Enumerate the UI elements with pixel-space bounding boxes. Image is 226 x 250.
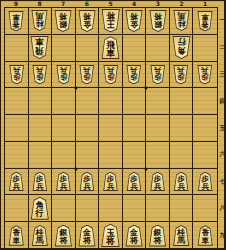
cell-5-6[interactable]	[99, 142, 123, 169]
piece-kanji: 歩兵	[201, 175, 209, 189]
piece-kanji: 金将	[83, 229, 91, 244]
cell-9-9[interactable]: 香車	[5, 222, 29, 249]
cell-3-4[interactable]	[146, 88, 170, 115]
cell-1-4[interactable]	[193, 88, 217, 115]
piece-gote-bishop[interactable]: 角行	[172, 36, 191, 59]
piece-gote-knight[interactable]: 桂馬	[31, 10, 48, 31]
cell-9-5[interactable]	[5, 115, 29, 142]
cell-8-5[interactable]	[29, 115, 53, 142]
cell-9-2[interactable]	[5, 35, 29, 62]
cell-4-6[interactable]	[123, 142, 147, 169]
piece-gote-pawn[interactable]: 歩兵	[9, 65, 25, 85]
cell-5-2[interactable]: 飛車	[99, 35, 123, 62]
piece-sente-pawn[interactable]: 歩兵	[126, 172, 142, 192]
piece-kanji: 金将	[130, 12, 138, 27]
piece-kanji: 歩兵	[201, 66, 209, 80]
piece-sente-pawn[interactable]: 歩兵	[173, 172, 189, 192]
cell-6-6[interactable]	[76, 142, 100, 169]
piece-kanji: 歩兵	[36, 175, 44, 189]
piece-kanji: 香車	[13, 13, 21, 27]
cell-7-7[interactable]: 歩兵	[52, 169, 76, 196]
rank-label-7: 七	[219, 168, 226, 195]
piece-gote-pawn[interactable]: 歩兵	[173, 65, 189, 85]
piece-kanji: 角行	[36, 201, 45, 217]
cell-2-4[interactable]	[170, 88, 194, 115]
piece-sente-lance[interactable]: 香車	[197, 225, 213, 246]
cell-1-7[interactable]: 歩兵	[193, 169, 217, 196]
piece-kanji: 香車	[201, 13, 209, 27]
piece-sente-king[interactable]: 玉将	[101, 224, 121, 248]
cell-1-3[interactable]: 歩兵	[193, 62, 217, 89]
cell-9-7[interactable]: 歩兵	[5, 169, 29, 196]
piece-gote-silver[interactable]: 銀将	[54, 10, 72, 32]
piece-sente-pawn[interactable]: 歩兵	[103, 172, 119, 192]
piece-kanji: 銀将	[154, 229, 162, 244]
cell-3-3[interactable]: 歩兵	[146, 62, 170, 89]
cell-3-2[interactable]	[146, 35, 170, 62]
cell-3-1[interactable]: 銀将	[146, 8, 170, 35]
cell-4-7[interactable]: 歩兵	[123, 169, 147, 196]
cell-2-7[interactable]: 歩兵	[170, 169, 194, 196]
piece-sente-gold[interactable]: 金将	[78, 225, 96, 247]
cell-6-7[interactable]: 歩兵	[76, 169, 100, 196]
piece-sente-pawn[interactable]: 歩兵	[197, 172, 213, 192]
cell-4-5[interactable]	[123, 115, 147, 142]
cell-1-5[interactable]	[193, 115, 217, 142]
cell-7-5[interactable]	[52, 115, 76, 142]
piece-gote-pawn[interactable]: 歩兵	[56, 65, 72, 85]
piece-gote-gold[interactable]: 金将	[125, 10, 143, 32]
piece-kanji: 歩兵	[13, 175, 21, 189]
piece-sente-gold[interactable]: 金将	[125, 225, 143, 247]
cell-3-5[interactable]	[146, 115, 170, 142]
cell-2-8[interactable]	[170, 195, 194, 222]
piece-sente-pawn[interactable]: 歩兵	[56, 172, 72, 192]
cell-6-4[interactable]	[76, 88, 100, 115]
cell-2-2[interactable]: 角行	[170, 35, 194, 62]
rank-label-1: 一	[219, 7, 226, 34]
cell-4-8[interactable]	[123, 195, 147, 222]
cell-7-3[interactable]: 歩兵	[52, 62, 76, 89]
piece-sente-lance[interactable]: 香車	[8, 225, 24, 246]
piece-sente-pawn[interactable]: 歩兵	[32, 172, 48, 192]
piece-sente-knight[interactable]: 桂馬	[173, 225, 190, 246]
piece-gote-lance[interactable]: 香車	[8, 11, 24, 32]
piece-gote-king[interactable]: 王将	[101, 9, 121, 33]
cell-8-4[interactable]	[29, 88, 53, 115]
cell-7-1[interactable]: 銀将	[52, 8, 76, 35]
piece-sente-pawn[interactable]: 歩兵	[150, 172, 166, 192]
piece-kanji: 歩兵	[83, 175, 91, 189]
cell-9-3[interactable]: 歩兵	[5, 62, 29, 89]
cell-7-4[interactable]	[52, 88, 76, 115]
cell-9-8[interactable]	[5, 195, 29, 222]
shogi-app-window: 987654321 香車桂馬銀将金将王将金将銀将桂馬香車飛車飛車角行歩兵歩兵歩兵…	[0, 0, 226, 250]
cell-8-8[interactable]: 角行	[29, 195, 53, 222]
piece-gote-pawn[interactable]: 歩兵	[79, 65, 95, 85]
piece-kanji: 桂馬	[177, 12, 185, 27]
cell-1-6[interactable]	[193, 142, 217, 169]
cell-5-4[interactable]	[99, 88, 123, 115]
piece-sente-pawn[interactable]: 歩兵	[9, 172, 25, 192]
piece-kanji: 歩兵	[154, 66, 162, 80]
piece-kanji: 銀将	[154, 12, 162, 27]
piece-kanji: 銀将	[59, 229, 67, 244]
piece-kanji: 歩兵	[130, 66, 138, 80]
cell-5-3[interactable]: 歩兵	[99, 62, 123, 89]
cell-8-2[interactable]: 飛車	[29, 35, 53, 62]
cell-4-3[interactable]: 歩兵	[123, 62, 147, 89]
piece-kanji: 香車	[13, 229, 21, 243]
cell-9-6[interactable]	[5, 142, 29, 169]
piece-kanji: 歩兵	[177, 66, 185, 80]
piece-kanji: 金将	[83, 12, 91, 27]
piece-gote-lance[interactable]: 香車	[197, 11, 213, 32]
piece-sente-silver[interactable]: 銀将	[149, 225, 167, 247]
cell-8-9[interactable]: 桂馬	[29, 222, 53, 249]
piece-gote-rook[interactable]: 飛車	[30, 36, 49, 59]
rank-labels: 一二三四五六七八九	[219, 7, 226, 249]
piece-kanji: 歩兵	[130, 175, 138, 189]
piece-gote-silver[interactable]: 銀将	[149, 10, 167, 32]
piece-sente-bishop[interactable]: 角行	[30, 197, 49, 220]
rank-label-3: 三	[219, 61, 226, 88]
piece-kanji: 香車	[201, 229, 209, 243]
piece-kanji: 桂馬	[36, 229, 44, 244]
cell-2-6[interactable]	[170, 142, 194, 169]
cell-2-9[interactable]: 桂馬	[170, 222, 194, 249]
cell-4-1[interactable]: 金将	[123, 8, 147, 35]
cell-5-8[interactable]	[99, 195, 123, 222]
cell-8-7[interactable]: 歩兵	[29, 169, 53, 196]
cell-2-1[interactable]: 桂馬	[170, 8, 194, 35]
cell-1-8[interactable]	[193, 195, 217, 222]
piece-kanji: 歩兵	[13, 66, 21, 80]
rank-label-6: 六	[219, 141, 226, 168]
piece-kanji: 桂馬	[177, 229, 185, 244]
piece-sente-rook[interactable]: 飛車	[101, 36, 120, 59]
piece-sente-silver[interactable]: 銀将	[54, 225, 72, 247]
cell-3-7[interactable]: 歩兵	[146, 169, 170, 196]
rank-label-2: 二	[219, 34, 226, 61]
piece-gote-pawn[interactable]: 歩兵	[150, 65, 166, 85]
cell-6-3[interactable]: 歩兵	[76, 62, 100, 89]
piece-kanji: 歩兵	[60, 66, 68, 80]
cell-6-2[interactable]	[76, 35, 100, 62]
rank-label-9: 九	[219, 222, 226, 249]
cell-7-6[interactable]	[52, 142, 76, 169]
piece-kanji: 歩兵	[36, 66, 44, 80]
piece-kanji: 角行	[177, 39, 186, 55]
cell-8-3[interactable]: 歩兵	[29, 62, 53, 89]
piece-kanji: 歩兵	[60, 175, 68, 189]
piece-kanji: 飛車	[106, 41, 115, 57]
shogi-board: 香車桂馬銀将金将王将金将銀将桂馬香車飛車飛車角行歩兵歩兵歩兵歩兵歩兵歩兵歩兵歩兵…	[4, 7, 218, 250]
star-point	[145, 167, 148, 170]
piece-kanji: 歩兵	[83, 66, 91, 80]
cell-4-2[interactable]	[123, 35, 147, 62]
piece-kanji: 桂馬	[36, 12, 44, 27]
piece-gote-pawn[interactable]: 歩兵	[32, 65, 48, 85]
cell-2-3[interactable]: 歩兵	[170, 62, 194, 89]
piece-kanji: 歩兵	[177, 175, 185, 189]
piece-kanji: 王将	[106, 12, 115, 28]
piece-kanji: 飛車	[36, 39, 45, 55]
cell-9-1[interactable]: 香車	[5, 8, 29, 35]
cell-8-1[interactable]: 桂馬	[29, 8, 53, 35]
star-point	[74, 87, 77, 90]
piece-sente-knight[interactable]: 桂馬	[31, 225, 48, 246]
rank-label-5: 五	[219, 115, 226, 142]
piece-kanji: 歩兵	[107, 175, 115, 189]
cell-3-8[interactable]	[146, 195, 170, 222]
star-point	[74, 167, 77, 170]
piece-gote-gold[interactable]: 金将	[78, 10, 96, 32]
cell-1-2[interactable]	[193, 35, 217, 62]
cell-9-4[interactable]	[5, 88, 29, 115]
piece-gote-pawn[interactable]: 歩兵	[103, 65, 119, 85]
cell-6-8[interactable]	[76, 195, 100, 222]
cell-5-1[interactable]: 王将	[99, 8, 123, 35]
cell-2-5[interactable]	[170, 115, 194, 142]
piece-gote-pawn[interactable]: 歩兵	[126, 65, 142, 85]
cell-4-4[interactable]	[123, 88, 147, 115]
piece-kanji: 銀将	[59, 12, 67, 27]
cell-6-5[interactable]	[76, 115, 100, 142]
piece-gote-knight[interactable]: 桂馬	[173, 10, 190, 31]
cell-1-9[interactable]: 香車	[193, 222, 217, 249]
cell-4-9[interactable]: 金将	[123, 222, 147, 249]
star-point	[145, 87, 148, 90]
cell-5-9[interactable]: 玉将	[99, 222, 123, 249]
cell-3-9[interactable]: 銀将	[146, 222, 170, 249]
rank-label-8: 八	[219, 195, 226, 222]
cell-6-9[interactable]: 金将	[76, 222, 100, 249]
cell-7-8[interactable]	[52, 195, 76, 222]
cell-8-6[interactable]	[29, 142, 53, 169]
piece-sente-pawn[interactable]: 歩兵	[79, 172, 95, 192]
cell-3-6[interactable]	[146, 142, 170, 169]
cell-1-1[interactable]: 香車	[193, 8, 217, 35]
piece-kanji: 金将	[130, 229, 138, 244]
cell-6-1[interactable]: 金将	[76, 8, 100, 35]
piece-gote-pawn[interactable]: 歩兵	[197, 65, 213, 85]
piece-kanji: 歩兵	[154, 175, 162, 189]
cell-7-2[interactable]	[52, 35, 76, 62]
piece-kanji: 歩兵	[107, 66, 115, 80]
piece-kanji: 玉将	[106, 229, 115, 245]
cell-5-7[interactable]: 歩兵	[99, 169, 123, 196]
cell-5-5[interactable]	[99, 115, 123, 142]
cell-7-9[interactable]: 銀将	[52, 222, 76, 249]
rank-label-4: 四	[219, 88, 226, 115]
